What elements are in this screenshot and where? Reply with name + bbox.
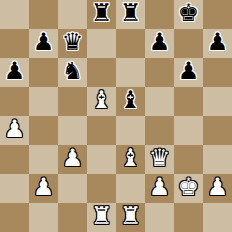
piece-black-pawn: ♟ [149,28,171,57]
piece-white-bishop: ♝ [91,86,113,115]
square-g4[interactable] [174,116,203,145]
square-g6[interactable]: ♟ [174,58,203,87]
piece-white-rook: ♜ [91,202,113,231]
square-a4[interactable]: ♟ [0,116,29,145]
square-h4[interactable] [203,116,232,145]
square-a1[interactable] [0,203,29,232]
square-e4[interactable] [116,116,145,145]
square-e5[interactable]: ♝ [116,87,145,116]
square-b1[interactable] [29,203,58,232]
square-e6[interactable] [116,58,145,87]
piece-black-rook: ♜ [91,0,113,28]
square-h5[interactable] [203,87,232,116]
square-h8[interactable] [203,0,232,29]
piece-white-pawn: ♟ [33,173,55,202]
square-b6[interactable] [29,58,58,87]
piece-black-king: ♚ [178,0,200,28]
square-g5[interactable] [174,87,203,116]
piece-white-pawn: ♟ [62,144,84,173]
piece-white-queen: ♛ [149,144,171,173]
square-h7[interactable]: ♟ [203,29,232,58]
piece-black-pawn: ♟ [178,57,200,86]
square-g7[interactable] [174,29,203,58]
square-b2[interactable]: ♟ [29,174,58,203]
square-b8[interactable] [29,0,58,29]
square-c8[interactable] [58,0,87,29]
square-h3[interactable] [203,145,232,174]
square-c4[interactable] [58,116,87,145]
square-b3[interactable] [29,145,58,174]
piece-black-queen: ♛ [62,28,84,57]
piece-white-rook: ♜ [120,202,142,231]
square-d6[interactable] [87,58,116,87]
piece-white-bishop: ♝ [120,144,142,173]
square-b7[interactable]: ♟ [29,29,58,58]
square-a5[interactable] [0,87,29,116]
square-e3[interactable]: ♝ [116,145,145,174]
piece-black-pawn: ♟ [4,57,26,86]
square-a6[interactable]: ♟ [0,58,29,87]
square-h2[interactable]: ♟ [203,174,232,203]
square-e7[interactable] [116,29,145,58]
square-h6[interactable] [203,58,232,87]
square-a2[interactable] [0,174,29,203]
square-f4[interactable] [145,116,174,145]
square-f8[interactable] [145,0,174,29]
square-c3[interactable]: ♟ [58,145,87,174]
square-d1[interactable]: ♜ [87,203,116,232]
square-d2[interactable] [87,174,116,203]
square-a7[interactable] [0,29,29,58]
square-c1[interactable] [58,203,87,232]
square-d4[interactable] [87,116,116,145]
square-g8[interactable]: ♚ [174,0,203,29]
piece-white-pawn: ♟ [149,173,171,202]
square-f5[interactable] [145,87,174,116]
square-b5[interactable] [29,87,58,116]
square-e8[interactable]: ♜ [116,0,145,29]
piece-white-pawn: ♟ [4,115,26,144]
square-f1[interactable] [145,203,174,232]
square-e1[interactable]: ♜ [116,203,145,232]
square-c6[interactable]: ♞ [58,58,87,87]
piece-black-bishop: ♝ [120,86,142,115]
square-b4[interactable] [29,116,58,145]
square-a3[interactable] [0,145,29,174]
square-g2[interactable]: ♚ [174,174,203,203]
square-e2[interactable] [116,174,145,203]
piece-black-pawn: ♟ [207,28,229,57]
square-f7[interactable]: ♟ [145,29,174,58]
piece-black-knight: ♞ [62,57,84,86]
square-a8[interactable] [0,0,29,29]
square-c2[interactable] [58,174,87,203]
square-f3[interactable]: ♛ [145,145,174,174]
piece-white-pawn: ♟ [207,173,229,202]
chess-board: ♜♜♚♟♛♟♟♟♞♟♝♝♟♟♝♛♟♟♚♟♜♜ [0,0,232,232]
piece-black-pawn: ♟ [33,28,55,57]
square-f2[interactable]: ♟ [145,174,174,203]
piece-black-rook: ♜ [120,0,142,28]
square-h1[interactable] [203,203,232,232]
square-c5[interactable] [58,87,87,116]
square-g1[interactable] [174,203,203,232]
square-f6[interactable] [145,58,174,87]
square-d5[interactable]: ♝ [87,87,116,116]
piece-white-king: ♚ [178,173,200,202]
square-g3[interactable] [174,145,203,174]
square-c7[interactable]: ♛ [58,29,87,58]
square-d8[interactable]: ♜ [87,0,116,29]
square-d7[interactable] [87,29,116,58]
square-d3[interactable] [87,145,116,174]
